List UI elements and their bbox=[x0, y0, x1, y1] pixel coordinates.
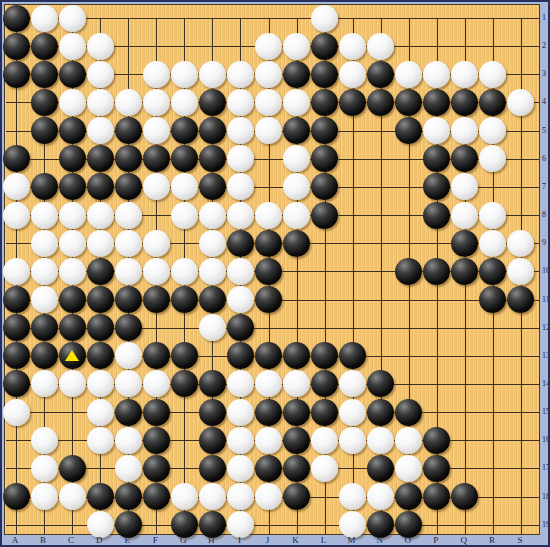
column-label: A bbox=[12, 535, 19, 545]
stone-white bbox=[255, 427, 282, 454]
stone-white bbox=[87, 399, 114, 426]
stone-white bbox=[199, 258, 226, 285]
stone-white bbox=[199, 230, 226, 257]
stone-white bbox=[395, 427, 422, 454]
stone-black bbox=[311, 145, 338, 172]
stone-white bbox=[255, 89, 282, 116]
stone-black bbox=[115, 286, 142, 313]
stone-black bbox=[87, 483, 114, 510]
stone-white bbox=[227, 258, 254, 285]
row-label: 6 bbox=[542, 153, 546, 162]
stone-black bbox=[255, 230, 282, 257]
stone-black bbox=[479, 89, 506, 116]
stone-black bbox=[283, 61, 310, 88]
stone-white bbox=[115, 230, 142, 257]
column-label: J bbox=[266, 535, 270, 545]
column-label: L bbox=[321, 535, 327, 545]
stone-white bbox=[227, 455, 254, 482]
last-move-triangle-marker bbox=[65, 350, 79, 361]
stone-black bbox=[283, 117, 310, 144]
stone-white bbox=[59, 5, 86, 32]
stone-white bbox=[143, 89, 170, 116]
stone-white bbox=[283, 370, 310, 397]
stone-white bbox=[115, 202, 142, 229]
stone-black bbox=[255, 286, 282, 313]
stone-white bbox=[199, 483, 226, 510]
stone-white bbox=[59, 202, 86, 229]
stone-black bbox=[395, 483, 422, 510]
stone-black bbox=[199, 427, 226, 454]
stone-white bbox=[339, 370, 366, 397]
stone-black bbox=[143, 427, 170, 454]
stone-white bbox=[227, 399, 254, 426]
stone-white bbox=[31, 202, 58, 229]
stone-black bbox=[31, 117, 58, 144]
stone-white bbox=[507, 89, 534, 116]
stone-white bbox=[479, 145, 506, 172]
column-label: C bbox=[68, 535, 74, 545]
stone-white bbox=[367, 427, 394, 454]
stone-white bbox=[311, 5, 338, 32]
stone-white bbox=[199, 202, 226, 229]
go-diagram-screenshot: ABCDEFGHIJKLMNOPQRS 12345678910111213141… bbox=[0, 0, 550, 547]
stone-black bbox=[87, 314, 114, 341]
stone-white bbox=[227, 483, 254, 510]
stone-white bbox=[479, 230, 506, 257]
stone-white bbox=[115, 455, 142, 482]
stone-black bbox=[311, 342, 338, 369]
column-label: M bbox=[348, 535, 356, 545]
stone-white bbox=[171, 483, 198, 510]
stone-black bbox=[423, 483, 450, 510]
stone-white bbox=[143, 258, 170, 285]
stone-black bbox=[31, 61, 58, 88]
stone-black bbox=[367, 61, 394, 88]
stone-white bbox=[59, 258, 86, 285]
stone-white bbox=[3, 258, 30, 285]
stone-white bbox=[283, 89, 310, 116]
column-label: O bbox=[404, 535, 411, 545]
stone-black bbox=[31, 33, 58, 60]
stone-white bbox=[311, 455, 338, 482]
stone-white bbox=[255, 117, 282, 144]
stone-black bbox=[199, 455, 226, 482]
stone-white bbox=[423, 117, 450, 144]
stone-black bbox=[59, 145, 86, 172]
stone-black bbox=[199, 117, 226, 144]
stone-white bbox=[115, 89, 142, 116]
stone-white bbox=[87, 370, 114, 397]
stone-white bbox=[171, 258, 198, 285]
stone-white bbox=[283, 202, 310, 229]
stone-white bbox=[227, 145, 254, 172]
stone-black bbox=[283, 399, 310, 426]
row-label: 2 bbox=[542, 41, 546, 50]
stone-white bbox=[59, 230, 86, 257]
stone-white bbox=[395, 455, 422, 482]
row-label: 10 bbox=[542, 266, 550, 275]
stone-white bbox=[87, 117, 114, 144]
stone-white bbox=[59, 483, 86, 510]
row-label: 7 bbox=[542, 181, 546, 190]
stone-white bbox=[31, 483, 58, 510]
stone-black bbox=[283, 455, 310, 482]
stone-black bbox=[227, 314, 254, 341]
row-label: 11 bbox=[542, 294, 550, 303]
stone-white bbox=[87, 202, 114, 229]
stone-black bbox=[199, 173, 226, 200]
stone-black bbox=[31, 314, 58, 341]
stone-black bbox=[143, 399, 170, 426]
column-label: P bbox=[433, 535, 438, 545]
stone-black bbox=[311, 370, 338, 397]
stone-black bbox=[3, 5, 30, 32]
stone-white bbox=[255, 61, 282, 88]
stone-black bbox=[311, 117, 338, 144]
stone-white bbox=[227, 286, 254, 313]
stone-white bbox=[451, 61, 478, 88]
stone-black bbox=[31, 342, 58, 369]
stone-black bbox=[115, 314, 142, 341]
stone-black bbox=[3, 314, 30, 341]
stone-black bbox=[171, 145, 198, 172]
stone-white bbox=[3, 173, 30, 200]
stone-black bbox=[423, 202, 450, 229]
stone-white bbox=[339, 61, 366, 88]
stone-black bbox=[3, 483, 30, 510]
stone-white bbox=[3, 399, 30, 426]
stone-white bbox=[143, 230, 170, 257]
column-label: Q bbox=[461, 535, 468, 545]
stone-white bbox=[31, 427, 58, 454]
stone-black bbox=[255, 399, 282, 426]
row-label: 16 bbox=[542, 435, 550, 444]
stone-black bbox=[87, 145, 114, 172]
stone-black bbox=[199, 145, 226, 172]
stone-black bbox=[367, 455, 394, 482]
stone-black bbox=[59, 173, 86, 200]
stone-black bbox=[143, 286, 170, 313]
stone-white bbox=[227, 61, 254, 88]
stone-white bbox=[227, 370, 254, 397]
column-label: S bbox=[517, 535, 522, 545]
stone-black bbox=[311, 202, 338, 229]
stone-white bbox=[87, 230, 114, 257]
row-label: 18 bbox=[542, 491, 550, 500]
stone-black bbox=[143, 483, 170, 510]
stone-white bbox=[479, 202, 506, 229]
stone-white bbox=[227, 89, 254, 116]
stone-white bbox=[339, 483, 366, 510]
stone-white bbox=[451, 173, 478, 200]
stone-black bbox=[451, 89, 478, 116]
stone-black bbox=[143, 145, 170, 172]
stone-white bbox=[255, 202, 282, 229]
stone-black bbox=[227, 230, 254, 257]
stone-black bbox=[423, 427, 450, 454]
stone-black bbox=[311, 173, 338, 200]
stone-black bbox=[311, 61, 338, 88]
stone-black bbox=[367, 89, 394, 116]
stone-white bbox=[31, 230, 58, 257]
grid-hline bbox=[6, 525, 539, 526]
row-label: 19 bbox=[542, 519, 550, 528]
stone-white bbox=[283, 33, 310, 60]
row-label: 12 bbox=[542, 322, 550, 331]
stone-white bbox=[3, 202, 30, 229]
stone-black bbox=[283, 230, 310, 257]
stone-black bbox=[395, 399, 422, 426]
stone-white bbox=[115, 342, 142, 369]
stone-white bbox=[507, 230, 534, 257]
stone-white bbox=[507, 258, 534, 285]
stone-white bbox=[31, 286, 58, 313]
column-label: R bbox=[489, 535, 495, 545]
stone-white bbox=[227, 173, 254, 200]
row-label: 14 bbox=[542, 378, 550, 387]
stone-black bbox=[311, 89, 338, 116]
stone-white bbox=[143, 117, 170, 144]
stone-black bbox=[283, 342, 310, 369]
stone-white bbox=[171, 89, 198, 116]
stone-white bbox=[87, 33, 114, 60]
column-label: K bbox=[292, 535, 299, 545]
stone-white bbox=[87, 427, 114, 454]
row-label: 9 bbox=[542, 238, 546, 247]
stone-black bbox=[3, 145, 30, 172]
stone-white bbox=[227, 117, 254, 144]
stone-black bbox=[311, 399, 338, 426]
stone-black bbox=[59, 286, 86, 313]
stone-white bbox=[227, 202, 254, 229]
stone-white bbox=[59, 370, 86, 397]
stone-black bbox=[3, 33, 30, 60]
stone-white bbox=[143, 370, 170, 397]
grid-hline bbox=[6, 328, 539, 329]
stone-black bbox=[395, 89, 422, 116]
row-label: 4 bbox=[542, 97, 546, 106]
column-label: I bbox=[238, 535, 241, 545]
stone-black bbox=[143, 455, 170, 482]
stone-white bbox=[479, 117, 506, 144]
stone-black bbox=[199, 370, 226, 397]
stone-white bbox=[171, 173, 198, 200]
stone-black bbox=[451, 483, 478, 510]
stone-white bbox=[115, 258, 142, 285]
stone-black bbox=[87, 342, 114, 369]
column-label: H bbox=[208, 535, 215, 545]
stone-white bbox=[339, 33, 366, 60]
stone-white bbox=[31, 370, 58, 397]
stone-white bbox=[395, 61, 422, 88]
stone-white bbox=[199, 314, 226, 341]
stone-white bbox=[451, 117, 478, 144]
stone-black bbox=[451, 145, 478, 172]
stone-white bbox=[451, 202, 478, 229]
column-label: F bbox=[153, 535, 158, 545]
stone-black bbox=[171, 370, 198, 397]
stone-black bbox=[367, 399, 394, 426]
stone-white bbox=[283, 145, 310, 172]
stone-black bbox=[283, 427, 310, 454]
column-label: N bbox=[376, 535, 383, 545]
stone-black bbox=[115, 399, 142, 426]
stone-black bbox=[423, 173, 450, 200]
stone-white bbox=[115, 427, 142, 454]
stone-black bbox=[87, 258, 114, 285]
stone-white bbox=[255, 33, 282, 60]
goban-surface[interactable] bbox=[4, 4, 540, 535]
stone-black bbox=[115, 173, 142, 200]
stone-black bbox=[339, 342, 366, 369]
stone-black bbox=[87, 286, 114, 313]
stone-white bbox=[31, 5, 58, 32]
stone-white bbox=[227, 427, 254, 454]
stone-black bbox=[3, 342, 30, 369]
row-label: 17 bbox=[542, 463, 550, 472]
stone-black bbox=[115, 117, 142, 144]
stone-black bbox=[479, 258, 506, 285]
stone-black bbox=[199, 286, 226, 313]
stone-black bbox=[59, 61, 86, 88]
stone-black bbox=[255, 455, 282, 482]
stone-black bbox=[423, 89, 450, 116]
stone-white bbox=[283, 173, 310, 200]
stone-white bbox=[171, 202, 198, 229]
stone-black bbox=[423, 258, 450, 285]
stone-white bbox=[479, 61, 506, 88]
row-label: 8 bbox=[542, 210, 546, 219]
stone-black bbox=[423, 145, 450, 172]
stone-black bbox=[87, 173, 114, 200]
grid-hline bbox=[6, 18, 539, 19]
stone-black bbox=[395, 258, 422, 285]
column-label: E bbox=[124, 535, 130, 545]
stone-white bbox=[339, 399, 366, 426]
row-label: 1 bbox=[542, 13, 546, 22]
stone-white bbox=[59, 89, 86, 116]
stone-black bbox=[395, 117, 422, 144]
stone-black bbox=[283, 483, 310, 510]
stone-black bbox=[3, 286, 30, 313]
stone-black bbox=[143, 342, 170, 369]
stone-black bbox=[199, 399, 226, 426]
row-label: 15 bbox=[542, 407, 550, 416]
stone-white bbox=[171, 61, 198, 88]
stone-black bbox=[171, 117, 198, 144]
stone-black bbox=[171, 342, 198, 369]
stone-black bbox=[423, 455, 450, 482]
stone-black bbox=[227, 342, 254, 369]
stone-white bbox=[367, 483, 394, 510]
stone-white bbox=[31, 455, 58, 482]
stone-black bbox=[3, 61, 30, 88]
stone-white bbox=[199, 61, 226, 88]
stone-black bbox=[171, 286, 198, 313]
stone-white bbox=[367, 33, 394, 60]
column-label: D bbox=[96, 535, 103, 545]
stone-white bbox=[31, 258, 58, 285]
stone-black bbox=[255, 342, 282, 369]
stone-black bbox=[59, 314, 86, 341]
stone-white bbox=[311, 427, 338, 454]
stone-black bbox=[479, 286, 506, 313]
stone-black bbox=[115, 483, 142, 510]
stone-black bbox=[59, 117, 86, 144]
column-label: G bbox=[180, 535, 187, 545]
stone-white bbox=[87, 61, 114, 88]
row-label: 3 bbox=[542, 69, 546, 78]
stone-white bbox=[255, 483, 282, 510]
stone-white bbox=[339, 427, 366, 454]
stone-white bbox=[255, 370, 282, 397]
stone-black bbox=[255, 258, 282, 285]
stone-white bbox=[87, 89, 114, 116]
stone-black bbox=[31, 173, 58, 200]
stone-white bbox=[143, 61, 170, 88]
stone-white bbox=[115, 370, 142, 397]
stone-white bbox=[59, 33, 86, 60]
stone-black bbox=[115, 145, 142, 172]
stone-black bbox=[339, 89, 366, 116]
stone-black bbox=[31, 89, 58, 116]
stone-black bbox=[451, 258, 478, 285]
stone-black bbox=[199, 89, 226, 116]
stone-black bbox=[311, 33, 338, 60]
stone-black bbox=[367, 370, 394, 397]
column-label: B bbox=[40, 535, 46, 545]
row-label: 5 bbox=[542, 125, 546, 134]
stone-white bbox=[143, 173, 170, 200]
stone-black bbox=[3, 370, 30, 397]
row-label: 13 bbox=[542, 350, 550, 359]
stone-black bbox=[59, 455, 86, 482]
stone-black bbox=[451, 230, 478, 257]
stone-black bbox=[507, 286, 534, 313]
stone-white bbox=[423, 61, 450, 88]
